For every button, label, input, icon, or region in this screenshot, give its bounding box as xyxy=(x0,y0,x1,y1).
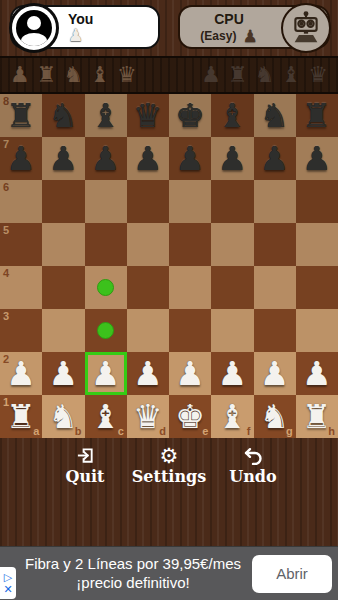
square-c8[interactable]: ♝ xyxy=(85,94,127,137)
captured-slot-white-knight: ♞ xyxy=(63,60,83,90)
square-b3[interactable] xyxy=(42,309,84,352)
square-a4[interactable]: 4 xyxy=(0,266,42,309)
piece-white-pawn: ♟ xyxy=(302,357,332,390)
square-f8[interactable]: ♝ xyxy=(211,94,253,137)
square-d7[interactable]: ♟ xyxy=(127,137,169,180)
black-pawn-icon: ♟ xyxy=(242,28,257,45)
square-a2[interactable]: 2♟ xyxy=(0,352,42,395)
move-hint-dot-c4[interactable] xyxy=(97,279,114,296)
square-f2[interactable]: ♟ xyxy=(211,352,253,395)
square-c5[interactable] xyxy=(85,223,127,266)
piece-black-king: ♚ xyxy=(175,99,205,132)
square-c6[interactable] xyxy=(85,180,127,223)
square-h3[interactable] xyxy=(296,309,338,352)
file-label-f: f xyxy=(247,425,251,437)
square-b5[interactable] xyxy=(42,223,84,266)
square-e1[interactable]: e♚ xyxy=(169,395,211,438)
square-d8[interactable]: ♛ xyxy=(127,94,169,137)
square-f5[interactable] xyxy=(211,223,253,266)
captured-pieces-tray: ♟♜♞♝♛ ♟♜♞♝♛ xyxy=(0,58,338,94)
piece-white-pawn: ♟ xyxy=(175,357,205,390)
square-f6[interactable] xyxy=(211,180,253,223)
player-cpu-capsule: CPU (Easy) ♟ xyxy=(178,5,330,49)
rank-label-3: 3 xyxy=(3,310,9,322)
captured-slot-black-queen: ♛ xyxy=(308,60,328,90)
square-h5[interactable] xyxy=(296,223,338,266)
piece-white-pawn: ♟ xyxy=(260,357,290,390)
square-g1[interactable]: g♞ xyxy=(254,395,296,438)
square-e6[interactable] xyxy=(169,180,211,223)
piece-black-rook: ♜ xyxy=(302,99,332,132)
square-a6[interactable]: 6 xyxy=(0,180,42,223)
square-e7[interactable]: ♟ xyxy=(169,137,211,180)
square-f4[interactable] xyxy=(211,266,253,309)
quit-button[interactable]: Quit xyxy=(51,446,119,485)
ad-open-button[interactable]: Abrir xyxy=(252,555,332,593)
undo-label: Undo xyxy=(229,469,276,485)
square-a5[interactable]: 5 xyxy=(0,223,42,266)
piece-white-rook: ♜ xyxy=(6,400,36,433)
white-pawn-icon: ♟ xyxy=(68,27,158,44)
square-g5[interactable] xyxy=(254,223,296,266)
piece-black-pawn: ♟ xyxy=(302,142,332,175)
captured-slot-white-queen: ♛ xyxy=(117,60,137,90)
piece-white-queen: ♛ xyxy=(133,400,163,433)
square-d1[interactable]: d♛ xyxy=(127,395,169,438)
piece-white-rook: ♜ xyxy=(302,400,332,433)
user-avatar-icon xyxy=(9,3,59,53)
piece-white-pawn: ♟ xyxy=(6,357,36,390)
captured-white-slots: ♟♜♞♝♛ xyxy=(10,60,137,90)
square-a7[interactable]: 7♟ xyxy=(0,137,42,180)
piece-black-knight: ♞ xyxy=(49,99,79,132)
square-e5[interactable] xyxy=(169,223,211,266)
piece-white-knight: ♞ xyxy=(260,400,290,433)
captured-slot-white-bishop: ♝ xyxy=(90,60,110,90)
square-h8[interactable]: ♜ xyxy=(296,94,338,137)
square-c3[interactable] xyxy=(85,309,127,352)
player-you-label: You xyxy=(68,12,158,26)
piece-white-bishop: ♝ xyxy=(218,400,248,433)
square-a8[interactable]: 8♜ xyxy=(0,94,42,137)
move-hint-dot-c3[interactable] xyxy=(97,322,114,339)
piece-white-pawn: ♟ xyxy=(49,357,79,390)
chess-board: 8♜♞♝♛♚♝♞♜7♟♟♟♟♟♟♟♟65432♟♟♟♟♟♟♟♟1a♜b♞c♝d♛… xyxy=(0,94,338,438)
player-cpu-label: CPU xyxy=(214,12,244,26)
rank-label-5: 5 xyxy=(3,224,9,236)
square-d4[interactable] xyxy=(127,266,169,309)
square-e8[interactable]: ♚ xyxy=(169,94,211,137)
square-g8[interactable]: ♞ xyxy=(254,94,296,137)
square-b8[interactable]: ♞ xyxy=(42,94,84,137)
ad-banner[interactable]: ▷ ✕ Fibra y 2 Líneas por 39,95€/mes ¡pre… xyxy=(0,546,338,600)
square-g4[interactable] xyxy=(254,266,296,309)
gear-icon: ⚙ xyxy=(160,446,179,466)
piece-black-pawn: ♟ xyxy=(260,142,290,175)
ad-text: Fibra y 2 Líneas por 39,95€/mes ¡precio … xyxy=(0,555,252,593)
piece-white-bishop: ♝ xyxy=(91,400,121,433)
square-b1[interactable]: b♞ xyxy=(42,395,84,438)
robot-icon xyxy=(281,3,331,53)
rank-label-4: 4 xyxy=(3,267,9,279)
player-you-capsule: You ♟ xyxy=(10,5,160,49)
piece-white-king: ♚ xyxy=(175,400,205,433)
square-h7[interactable]: ♟ xyxy=(296,137,338,180)
ad-controls: ▷ ✕ xyxy=(0,567,16,599)
player-bar: You ♟ CPU (Easy) ♟ xyxy=(0,0,338,58)
square-g2[interactable]: ♟ xyxy=(254,352,296,395)
piece-black-rook: ♜ xyxy=(6,99,36,132)
captured-slot-white-rook: ♜ xyxy=(37,60,57,90)
piece-black-knight: ♞ xyxy=(260,99,290,132)
square-f7[interactable]: ♟ xyxy=(211,137,253,180)
square-d2[interactable]: ♟ xyxy=(127,352,169,395)
toolbar: Quit ⚙ Settings Undo xyxy=(0,438,338,492)
captured-slot-black-pawn: ♟ xyxy=(201,60,221,90)
piece-black-pawn: ♟ xyxy=(49,142,79,175)
square-g6[interactable] xyxy=(254,180,296,223)
piece-black-queen: ♛ xyxy=(133,99,163,132)
settings-label: Settings xyxy=(132,469,206,485)
square-g3[interactable] xyxy=(254,309,296,352)
square-c4[interactable] xyxy=(85,266,127,309)
piece-black-bishop: ♝ xyxy=(91,99,121,132)
square-e3[interactable] xyxy=(169,309,211,352)
square-c7[interactable]: ♟ xyxy=(85,137,127,180)
square-b4[interactable] xyxy=(42,266,84,309)
undo-icon xyxy=(242,446,264,466)
square-c1[interactable]: c♝ xyxy=(85,395,127,438)
piece-black-bishop: ♝ xyxy=(218,99,248,132)
piece-white-pawn: ♟ xyxy=(133,357,163,390)
square-d6[interactable] xyxy=(127,180,169,223)
square-h1[interactable]: h♜ xyxy=(296,395,338,438)
piece-black-pawn: ♟ xyxy=(91,142,121,175)
piece-black-pawn: ♟ xyxy=(218,142,248,175)
chess-app: You ♟ CPU (Easy) ♟ xyxy=(0,0,338,600)
captured-slot-black-knight: ♞ xyxy=(255,60,275,90)
ad-close-icon[interactable]: ✕ xyxy=(3,584,12,595)
cpu-difficulty-label: (Easy) xyxy=(200,30,236,42)
piece-black-pawn: ♟ xyxy=(175,142,205,175)
square-h2[interactable]: ♟ xyxy=(296,352,338,395)
square-d5[interactable] xyxy=(127,223,169,266)
square-f1[interactable]: f♝ xyxy=(211,395,253,438)
adchoices-icon[interactable]: ▷ xyxy=(4,572,12,583)
square-b6[interactable] xyxy=(42,180,84,223)
piece-white-pawn: ♟ xyxy=(218,357,248,390)
square-c2[interactable]: ♟ xyxy=(85,352,127,395)
square-b7[interactable]: ♟ xyxy=(42,137,84,180)
piece-black-pawn: ♟ xyxy=(6,142,36,175)
captured-black-slots: ♟♜♞♝♛ xyxy=(201,60,328,90)
piece-white-pawn: ♟ xyxy=(91,357,121,390)
square-a3[interactable]: 3 xyxy=(0,309,42,352)
square-g7[interactable]: ♟ xyxy=(254,137,296,180)
square-a1[interactable]: 1a♜ xyxy=(0,395,42,438)
rank-label-6: 6 xyxy=(3,181,9,193)
square-e4[interactable] xyxy=(169,266,211,309)
undo-button[interactable]: Undo xyxy=(219,446,287,485)
square-e2[interactable]: ♟ xyxy=(169,352,211,395)
square-d3[interactable] xyxy=(127,309,169,352)
piece-white-knight: ♞ xyxy=(49,400,79,433)
piece-black-pawn: ♟ xyxy=(133,142,163,175)
settings-button[interactable]: ⚙ Settings xyxy=(135,446,203,485)
captured-slot-black-bishop: ♝ xyxy=(282,60,302,90)
square-h4[interactable] xyxy=(296,266,338,309)
square-f3[interactable] xyxy=(211,309,253,352)
square-h6[interactable] xyxy=(296,180,338,223)
captured-slot-white-pawn: ♟ xyxy=(10,60,30,90)
square-b2[interactable]: ♟ xyxy=(42,352,84,395)
quit-label: Quit xyxy=(65,469,104,485)
exit-icon xyxy=(76,446,95,466)
wood-background xyxy=(0,492,338,546)
captured-slot-black-rook: ♜ xyxy=(228,60,248,90)
